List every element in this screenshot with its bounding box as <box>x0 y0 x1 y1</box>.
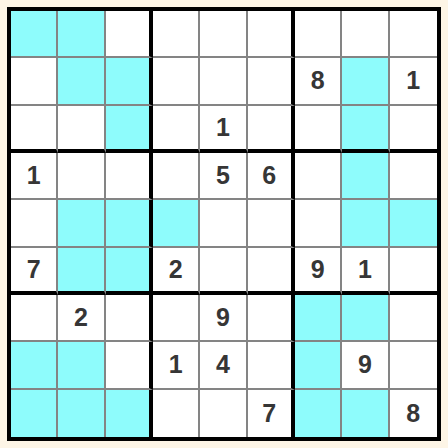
cell-r4c6[interactable]: 6 <box>248 153 295 200</box>
cell-r2c3[interactable] <box>106 58 153 105</box>
cell-r2c7[interactable]: 8 <box>295 58 342 105</box>
cell-r6c6[interactable] <box>248 248 295 295</box>
cell-r7c7[interactable] <box>295 295 342 342</box>
cell-r3c1[interactable] <box>11 106 58 153</box>
cell-r5c5[interactable] <box>200 200 247 247</box>
cell-r3c8[interactable] <box>342 106 389 153</box>
cell-r5c7[interactable] <box>295 200 342 247</box>
cell-r3c4[interactable] <box>153 106 200 153</box>
cell-r1c7[interactable] <box>295 11 342 58</box>
cell-r5c6[interactable] <box>248 200 295 247</box>
cell-r7c9[interactable] <box>390 295 437 342</box>
cell-r9c5[interactable] <box>200 390 247 437</box>
cell-r2c2[interactable] <box>58 58 105 105</box>
cell-r6c2[interactable] <box>58 248 105 295</box>
cell-r7c6[interactable] <box>248 295 295 342</box>
cell-r7c1[interactable] <box>11 295 58 342</box>
cell-r8c6[interactable] <box>248 342 295 389</box>
cell-r7c8[interactable] <box>342 295 389 342</box>
cell-r8c4[interactable]: 1 <box>153 342 200 389</box>
cell-r6c7[interactable]: 9 <box>295 248 342 295</box>
cell-r9c9[interactable]: 8 <box>390 390 437 437</box>
sudoku-board: 81115672912914978 <box>7 7 441 441</box>
cell-r2c8[interactable] <box>342 58 389 105</box>
cell-r8c2[interactable] <box>58 342 105 389</box>
cell-r1c6[interactable] <box>248 11 295 58</box>
cell-r8c8[interactable]: 9 <box>342 342 389 389</box>
cell-r2c1[interactable] <box>11 58 58 105</box>
cell-r1c1[interactable] <box>11 11 58 58</box>
cell-r4c4[interactable] <box>153 153 200 200</box>
cell-r1c3[interactable] <box>106 11 153 58</box>
cell-r9c7[interactable] <box>295 390 342 437</box>
cell-r1c2[interactable] <box>58 11 105 58</box>
cell-r9c2[interactable] <box>58 390 105 437</box>
cell-r3c5[interactable]: 1 <box>200 106 247 153</box>
cell-r9c3[interactable] <box>106 390 153 437</box>
cell-r3c2[interactable] <box>58 106 105 153</box>
cell-r2c4[interactable] <box>153 58 200 105</box>
cell-r8c1[interactable] <box>11 342 58 389</box>
cell-r4c2[interactable] <box>58 153 105 200</box>
cell-r3c9[interactable] <box>390 106 437 153</box>
cell-r3c3[interactable] <box>106 106 153 153</box>
page-background: 81115672912914978 <box>0 0 448 448</box>
cell-r5c2[interactable] <box>58 200 105 247</box>
cell-r1c4[interactable] <box>153 11 200 58</box>
cell-r6c3[interactable] <box>106 248 153 295</box>
cell-r5c8[interactable] <box>342 200 389 247</box>
cell-r7c5[interactable]: 9 <box>200 295 247 342</box>
cell-r7c2[interactable]: 2 <box>58 295 105 342</box>
cell-r4c3[interactable] <box>106 153 153 200</box>
cell-r4c9[interactable] <box>390 153 437 200</box>
cell-r5c9[interactable] <box>390 200 437 247</box>
cell-r5c3[interactable] <box>106 200 153 247</box>
cell-r4c1[interactable]: 1 <box>11 153 58 200</box>
cell-r6c5[interactable] <box>200 248 247 295</box>
cell-r5c1[interactable] <box>11 200 58 247</box>
cell-r9c6[interactable]: 7 <box>248 390 295 437</box>
cell-r2c6[interactable] <box>248 58 295 105</box>
cell-r6c8[interactable]: 1 <box>342 248 389 295</box>
cell-r3c6[interactable] <box>248 106 295 153</box>
cell-r1c8[interactable] <box>342 11 389 58</box>
cell-r4c5[interactable]: 5 <box>200 153 247 200</box>
cell-r7c4[interactable] <box>153 295 200 342</box>
cell-r8c3[interactable] <box>106 342 153 389</box>
cell-r3c7[interactable] <box>295 106 342 153</box>
cell-r9c8[interactable] <box>342 390 389 437</box>
cell-r8c5[interactable]: 4 <box>200 342 247 389</box>
cell-r9c4[interactable] <box>153 390 200 437</box>
cell-r2c5[interactable] <box>200 58 247 105</box>
cell-r5c4[interactable] <box>153 200 200 247</box>
cell-r6c1[interactable]: 7 <box>11 248 58 295</box>
cell-r6c4[interactable]: 2 <box>153 248 200 295</box>
cell-r8c7[interactable] <box>295 342 342 389</box>
cell-r2c9[interactable]: 1 <box>390 58 437 105</box>
cell-r6c9[interactable] <box>390 248 437 295</box>
cell-r4c8[interactable] <box>342 153 389 200</box>
cell-r1c9[interactable] <box>390 11 437 58</box>
cell-r9c1[interactable] <box>11 390 58 437</box>
cell-r8c9[interactable] <box>390 342 437 389</box>
cell-r4c7[interactable] <box>295 153 342 200</box>
cell-r1c5[interactable] <box>200 11 247 58</box>
cell-r7c3[interactable] <box>106 295 153 342</box>
